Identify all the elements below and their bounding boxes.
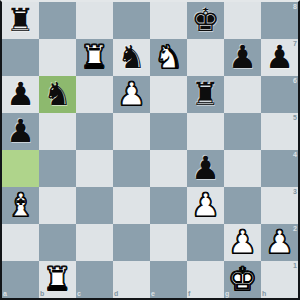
square-h4[interactable]: 4: [261, 150, 298, 187]
square-h6[interactable]: 6: [261, 76, 298, 113]
piece-white-knight[interactable]: ♞: [154, 41, 183, 73]
square-h5[interactable]: 5: [261, 113, 298, 150]
square-h2[interactable]: ♟2: [261, 224, 298, 261]
square-f3[interactable]: ♟: [187, 187, 224, 224]
square-g5[interactable]: [224, 113, 261, 150]
piece-black-pawn[interactable]: ♟: [228, 41, 257, 73]
piece-black-king[interactable]: ♚: [191, 4, 220, 36]
square-g8[interactable]: [224, 2, 261, 39]
square-c2[interactable]: [76, 224, 113, 261]
piece-black-knight[interactable]: ♞: [117, 41, 146, 73]
chess-board: ♜♚8♜♞♞♟♟7♟♞♟♜6♟5♟4♝♟3♟♟2a♜bcdef♚gh1: [0, 0, 300, 300]
square-b8[interactable]: [39, 2, 76, 39]
coordinate-rank-4: 4: [293, 151, 297, 158]
coordinate-rank-8: 8: [293, 3, 297, 10]
square-e3[interactable]: [150, 187, 187, 224]
square-a2[interactable]: [2, 224, 39, 261]
piece-white-bishop[interactable]: ♝: [6, 189, 35, 221]
coordinate-file-d: d: [114, 290, 118, 297]
square-g2[interactable]: ♟: [224, 224, 261, 261]
square-f4[interactable]: ♟: [187, 150, 224, 187]
coordinate-file-c: c: [77, 290, 81, 297]
square-e8[interactable]: [150, 2, 187, 39]
piece-white-pawn[interactable]: ♟: [228, 226, 257, 258]
square-b3[interactable]: [39, 187, 76, 224]
square-h8[interactable]: 8: [261, 2, 298, 39]
square-g3[interactable]: [224, 187, 261, 224]
piece-black-pawn[interactable]: ♟: [6, 115, 35, 147]
coordinate-rank-6: 6: [293, 77, 297, 84]
square-a4[interactable]: [2, 150, 39, 187]
piece-white-rook[interactable]: ♜: [43, 263, 72, 295]
square-h1[interactable]: h1: [261, 261, 298, 298]
square-e4[interactable]: [150, 150, 187, 187]
square-g4[interactable]: [224, 150, 261, 187]
square-c5[interactable]: [76, 113, 113, 150]
square-d6[interactable]: ♟: [113, 76, 150, 113]
piece-white-pawn[interactable]: ♟: [265, 226, 294, 258]
piece-white-king[interactable]: ♚: [228, 263, 257, 295]
square-d2[interactable]: [113, 224, 150, 261]
square-d1[interactable]: d: [113, 261, 150, 298]
square-b6[interactable]: ♞: [39, 76, 76, 113]
square-a6[interactable]: ♟: [2, 76, 39, 113]
square-a7[interactable]: [2, 39, 39, 76]
square-b7[interactable]: [39, 39, 76, 76]
square-c8[interactable]: [76, 2, 113, 39]
square-e1[interactable]: e: [150, 261, 187, 298]
square-g6[interactable]: [224, 76, 261, 113]
square-a5[interactable]: ♟: [2, 113, 39, 150]
square-f5[interactable]: [187, 113, 224, 150]
square-d5[interactable]: [113, 113, 150, 150]
piece-white-pawn[interactable]: ♟: [191, 189, 220, 221]
piece-white-pawn[interactable]: ♟: [117, 78, 146, 110]
piece-black-pawn[interactable]: ♟: [6, 78, 35, 110]
square-e5[interactable]: [150, 113, 187, 150]
piece-black-rook[interactable]: ♜: [191, 78, 220, 110]
square-f2[interactable]: [187, 224, 224, 261]
square-b5[interactable]: [39, 113, 76, 150]
square-c4[interactable]: [76, 150, 113, 187]
square-e2[interactable]: [150, 224, 187, 261]
square-b2[interactable]: [39, 224, 76, 261]
square-h7[interactable]: ♟7: [261, 39, 298, 76]
square-d8[interactable]: [113, 2, 150, 39]
square-f8[interactable]: ♚: [187, 2, 224, 39]
square-e7[interactable]: ♞: [150, 39, 187, 76]
square-f6[interactable]: ♜: [187, 76, 224, 113]
square-d3[interactable]: [113, 187, 150, 224]
piece-white-rook[interactable]: ♜: [80, 41, 109, 73]
piece-black-pawn[interactable]: ♟: [265, 41, 294, 73]
square-a1[interactable]: a: [2, 261, 39, 298]
square-b4[interactable]: [39, 150, 76, 187]
coordinate-file-f: f: [188, 290, 190, 297]
square-g1[interactable]: ♚g: [224, 261, 261, 298]
coordinate-rank-5: 5: [293, 114, 297, 121]
square-f1[interactable]: f: [187, 261, 224, 298]
piece-black-knight[interactable]: ♞: [43, 78, 72, 110]
coordinate-file-e: e: [151, 290, 155, 297]
coordinate-file-a: a: [3, 290, 7, 297]
square-c1[interactable]: c: [76, 261, 113, 298]
square-c7[interactable]: ♜: [76, 39, 113, 76]
square-b1[interactable]: ♜b: [39, 261, 76, 298]
coordinate-rank-1: 1: [293, 262, 297, 269]
square-e6[interactable]: [150, 76, 187, 113]
board-container: ♜♚8♜♞♞♟♟7♟♞♟♜6♟5♟4♝♟3♟♟2a♜bcdef♚gh1: [0, 0, 300, 300]
piece-black-pawn[interactable]: ♟: [191, 152, 220, 184]
coordinate-rank-3: 3: [293, 188, 297, 195]
square-a8[interactable]: ♜: [2, 2, 39, 39]
square-c6[interactable]: [76, 76, 113, 113]
square-f7[interactable]: [187, 39, 224, 76]
square-a3[interactable]: ♝: [2, 187, 39, 224]
square-d4[interactable]: [113, 150, 150, 187]
coordinate-file-h: h: [262, 290, 266, 297]
square-c3[interactable]: [76, 187, 113, 224]
square-h3[interactable]: 3: [261, 187, 298, 224]
square-g7[interactable]: ♟: [224, 39, 261, 76]
piece-black-rook[interactable]: ♜: [6, 4, 35, 36]
square-d7[interactable]: ♞: [113, 39, 150, 76]
